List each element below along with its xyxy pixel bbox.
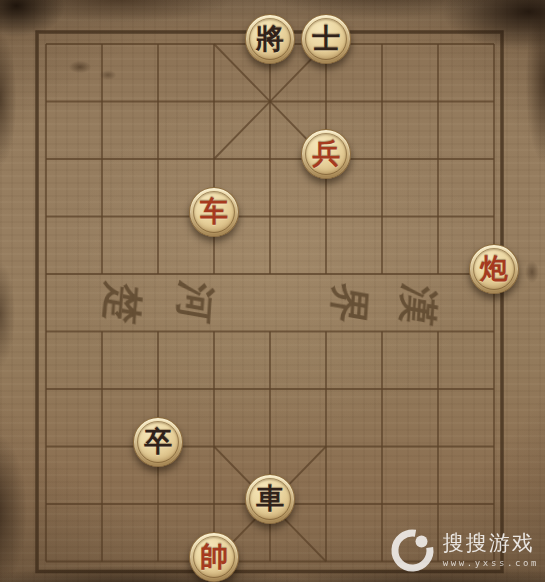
red-cannon-piece[interactable]: 炮 — [469, 244, 519, 294]
piece-character: 車 — [246, 475, 294, 523]
piece-character: 將 — [246, 15, 294, 63]
piece-character: 卒 — [134, 418, 182, 466]
piece-character: 士 — [302, 15, 350, 63]
piece-character: 兵 — [302, 130, 350, 178]
piece-character: 车 — [190, 188, 238, 236]
black-chariot-piece[interactable]: 車 — [245, 474, 295, 524]
black-soldier-piece[interactable]: 卒 — [133, 417, 183, 467]
piece-character: 帥 — [190, 533, 238, 581]
piece-character: 炮 — [470, 245, 518, 293]
black-advisor-piece[interactable]: 士 — [301, 14, 351, 64]
red-chariot-piece[interactable]: 车 — [189, 187, 239, 237]
black-general-piece[interactable]: 將 — [245, 14, 295, 64]
red-soldier-piece[interactable]: 兵 — [301, 129, 351, 179]
red-general-piece[interactable]: 帥 — [189, 532, 239, 582]
xiangqi-game-screen: 楚河界漢 將士兵车炮卒車帥 搜搜游戏 www.yxss.com — [0, 0, 545, 582]
